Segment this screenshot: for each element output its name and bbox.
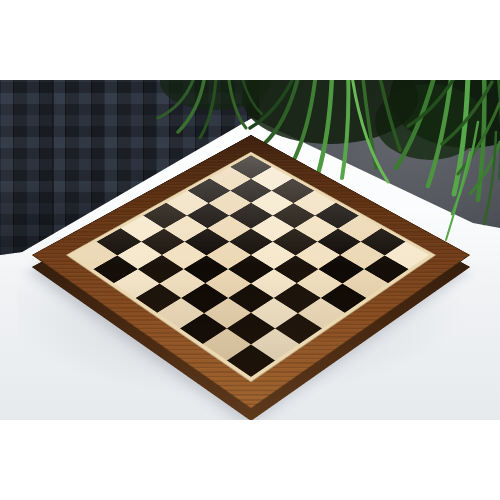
photo-canvas (0, 0, 500, 500)
photo-area (0, 80, 500, 420)
